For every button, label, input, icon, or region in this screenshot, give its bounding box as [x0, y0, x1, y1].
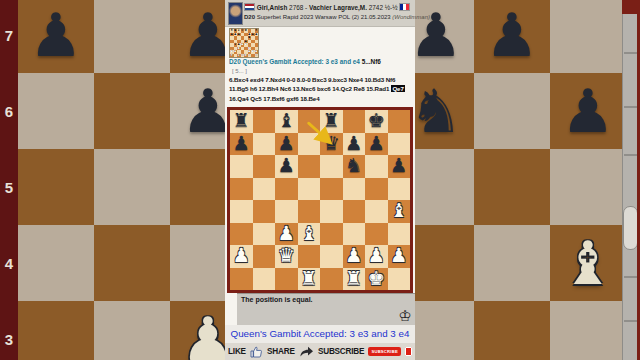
- evaluation-panel: The position is equal. ♔: [237, 293, 415, 326]
- square-a5[interactable]: [230, 178, 253, 201]
- black-rook: ♜: [320, 110, 343, 133]
- black-rook: ♜: [230, 110, 253, 133]
- game-header: Giri,Anish 2768 - Vachier Lagrave,M. 274…: [225, 0, 415, 27]
- square-h3: [550, 301, 626, 360]
- engagement-bar: LIKE SHARE SUBSCRIBE SUBSCRIBE: [225, 343, 415, 360]
- black-elo: 2742: [369, 4, 383, 11]
- square-g4[interactable]: [365, 200, 388, 223]
- thumbs-up-icon[interactable]: [250, 346, 263, 358]
- black-pawn: ♟: [388, 155, 411, 178]
- opening-name-line[interactable]: D20 Queen's Gambit Accepted: 3 e3 and e4…: [229, 58, 412, 65]
- opening-move: 5...Nf6: [362, 58, 381, 65]
- square-b1[interactable]: [253, 268, 276, 291]
- subscribe-button[interactable]: SUBSCRIBE: [368, 347, 400, 356]
- square-h3[interactable]: [388, 223, 411, 246]
- scrollbar-tick: [624, 320, 637, 322]
- player-photo: [228, 2, 243, 25]
- opening-thumbnail-board: ♜♞♝♛♚♜♟♟♟♟♟♟♞♟♝♟♟♟♞♞♟♟♟♟♟♜♝♛♚♝♜: [229, 28, 259, 58]
- black-pawn: ♟: [474, 0, 550, 73]
- square-g3[interactable]: [365, 223, 388, 246]
- video-frame: ♜♝♜♚♟♟♛♟♟♟♞♟♝♟♝♟♛♟♟♟♜♜♚ 76543 Giri,Anish…: [0, 0, 640, 360]
- square-a7: ♟: [18, 0, 94, 73]
- square-g8[interactable]: ♚: [365, 110, 388, 133]
- rank-label-7: 7: [0, 27, 18, 44]
- square-g1[interactable]: ♚: [365, 268, 388, 291]
- square-h7: [550, 0, 626, 73]
- main-board[interactable]: ♜♝♜♚♟♟♛♟♟♟♞♟♝♟♝♟♛♟♟♟♜♜♚: [227, 107, 413, 293]
- square-h5[interactable]: [388, 178, 411, 201]
- white-bishop: ♝: [298, 223, 321, 246]
- players-line: Giri,Anish 2768 - Vachier Lagrave,M. 274…: [244, 3, 412, 11]
- white-pawn: ♟: [388, 245, 411, 268]
- square-h8[interactable]: [388, 110, 411, 133]
- square-b4[interactable]: [253, 200, 276, 223]
- square-d2[interactable]: [298, 245, 321, 268]
- square-b7[interactable]: [253, 133, 276, 156]
- square-a6: [18, 73, 94, 149]
- black-pawn: ♟: [18, 0, 94, 73]
- square-e3[interactable]: [320, 223, 343, 246]
- black-player-name: Vachier Lagrave,M.: [309, 4, 367, 11]
- square-a4: [18, 225, 94, 301]
- square-f6[interactable]: ♞: [343, 155, 366, 178]
- square-b5[interactable]: [253, 178, 276, 201]
- scrollbar-tick: [624, 276, 637, 278]
- square-d7[interactable]: [298, 133, 321, 156]
- netherlands-flag-icon: [244, 3, 255, 11]
- scrollbar-tick: [624, 106, 637, 108]
- players-separator: -: [305, 4, 307, 11]
- black-king: ♚: [365, 110, 388, 133]
- black-pawn: ♟: [275, 133, 298, 156]
- opening-caption: Queen's Gambit Accepted: 3 e3 and 3 e4: [225, 325, 415, 343]
- evaluation-text: The position is equal.: [241, 296, 313, 303]
- white-pawn: ♟: [365, 245, 388, 268]
- square-a6[interactable]: [230, 155, 253, 178]
- square-f1[interactable]: ♜: [343, 268, 366, 291]
- white-bishop: ♝: [388, 200, 411, 223]
- square-d3[interactable]: ♝: [298, 223, 321, 246]
- moves-line-2[interactable]: 11.Bg5 h6 12.Bh4 Nc6 13.Nxc6 bxc6 14.Qc2…: [229, 84, 413, 93]
- white-rook: ♜: [343, 268, 366, 291]
- square-h1: ♜: [255, 54, 259, 58]
- engine-king-icon[interactable]: ♔: [399, 307, 412, 325]
- square-c4[interactable]: [275, 200, 298, 223]
- square-e4[interactable]: [320, 200, 343, 223]
- scrollbar-thumb[interactable]: [623, 206, 638, 250]
- event-text: Superbet Rapid 2023 Warsaw POL (2) 21.05…: [257, 14, 391, 20]
- like-button[interactable]: LIKE: [228, 347, 246, 356]
- scrollbar[interactable]: [622, 14, 638, 360]
- variation-bracket[interactable]: [ 5... ]: [232, 68, 247, 74]
- square-b8[interactable]: [253, 110, 276, 133]
- main-board-grid[interactable]: ♜♝♜♚♟♟♛♟♟♟♞♟♝♟♝♟♛♟♟♟♜♜♚: [230, 110, 410, 290]
- square-c5[interactable]: [275, 178, 298, 201]
- rank-label-6: 6: [0, 103, 18, 120]
- square-g5[interactable]: [365, 178, 388, 201]
- square-d6[interactable]: [298, 155, 321, 178]
- black-queen: ♛: [320, 133, 343, 156]
- white-pawn: ♟: [275, 223, 298, 246]
- white-rook: ♜: [255, 54, 259, 58]
- square-g5: [474, 149, 550, 225]
- rank-label-4: 4: [0, 255, 18, 272]
- white-pawn: ♟: [230, 245, 253, 268]
- square-h6[interactable]: ♟: [388, 155, 411, 178]
- game-result: ½-½: [385, 4, 398, 11]
- subscribe-badge-icon[interactable]: [405, 347, 412, 356]
- square-d5[interactable]: [298, 178, 321, 201]
- white-king: ♚: [365, 268, 388, 291]
- square-a5: [18, 149, 94, 225]
- black-pawn: ♟: [230, 133, 253, 156]
- share-arrow-icon[interactable]: [299, 346, 314, 357]
- white-bishop: ♝: [550, 225, 626, 301]
- square-b7: [94, 0, 170, 73]
- square-b6: [94, 73, 170, 149]
- square-g3: [474, 301, 550, 360]
- square-e8[interactable]: ♜: [320, 110, 343, 133]
- chessbase-panel: Giri,Anish 2768 - Vachier Lagrave,M. 274…: [225, 0, 415, 360]
- square-e2[interactable]: [320, 245, 343, 268]
- square-c6[interactable]: ♟: [275, 155, 298, 178]
- move-list: 6.Bxc4 exd4 7.Nxd4 0-0 8.0-0 Bxc3 9.bxc3…: [229, 75, 413, 103]
- square-f4[interactable]: [343, 200, 366, 223]
- square-g7: ♟: [474, 0, 550, 73]
- square-f7[interactable]: ♟: [343, 133, 366, 156]
- moves-line-3[interactable]: 16.Qa4 Qc5 17.Bxf6 gxf6 18.Be4: [229, 94, 413, 103]
- square-c1[interactable]: [275, 268, 298, 291]
- square-f2[interactable]: ♟: [343, 245, 366, 268]
- square-f8[interactable]: [343, 110, 366, 133]
- square-c2[interactable]: ♛: [275, 245, 298, 268]
- square-a7[interactable]: ♟: [230, 133, 253, 156]
- square-a2[interactable]: ♟: [230, 245, 253, 268]
- black-pawn: ♟: [343, 133, 366, 156]
- square-e6[interactable]: [320, 155, 343, 178]
- square-g6: [474, 73, 550, 149]
- white-elo: 2768: [289, 4, 303, 11]
- black-pawn: ♟: [275, 155, 298, 178]
- square-e5[interactable]: [320, 178, 343, 201]
- square-b5: [94, 149, 170, 225]
- square-e7[interactable]: ♛: [320, 133, 343, 156]
- black-knight: ♞: [343, 155, 366, 178]
- share-button[interactable]: SHARE: [267, 347, 295, 356]
- square-g2[interactable]: ♟: [365, 245, 388, 268]
- square-f5[interactable]: [343, 178, 366, 201]
- square-f3[interactable]: [343, 223, 366, 246]
- square-c7[interactable]: ♟: [275, 133, 298, 156]
- white-queen: ♛: [275, 245, 298, 268]
- square-a3: [18, 301, 94, 360]
- white-player-name: Giri,Anish: [257, 4, 288, 11]
- moves-line-1[interactable]: 6.Bxc4 exd4 7.Nxd4 0-0 8.0-0 Bxc3 9.bxc3…: [229, 75, 413, 84]
- white-pawn: ♟: [343, 245, 366, 268]
- eco-code: D20: [244, 14, 255, 20]
- scrollbar-tick: [624, 154, 637, 156]
- scrollbar-tick: [624, 52, 637, 54]
- square-a8[interactable]: ♜: [230, 110, 253, 133]
- square-b2[interactable]: [253, 245, 276, 268]
- square-a1[interactable]: [230, 268, 253, 291]
- square-e1[interactable]: [320, 268, 343, 291]
- square-b3[interactable]: [253, 223, 276, 246]
- square-h4: ♝: [550, 225, 626, 301]
- square-c3[interactable]: ♟: [275, 223, 298, 246]
- annotator: (Wondimman): [392, 14, 430, 20]
- moves-line-2-text[interactable]: 11.Bg5 h6 12.Bh4 Nc6 13.Nxc6 bxc6 14.Qc2…: [229, 85, 389, 92]
- black-pawn: ♟: [550, 73, 626, 149]
- square-b4: [94, 225, 170, 301]
- square-h4[interactable]: ♝: [388, 200, 411, 223]
- background-rank-labels: 76543: [0, 0, 18, 360]
- rank-label-3: 3: [0, 331, 18, 348]
- opening-name: D20 Queen's Gambit Accepted: 3 e3 and e4: [229, 58, 360, 65]
- square-h5: [550, 149, 626, 225]
- square-g4: [474, 225, 550, 301]
- event-line: D20 Superbet Rapid 2023 Warsaw POL (2) 2…: [244, 14, 412, 20]
- square-d4[interactable]: [298, 200, 321, 223]
- square-c8[interactable]: ♝: [275, 110, 298, 133]
- square-b6[interactable]: [253, 155, 276, 178]
- square-h6: ♟: [550, 73, 626, 149]
- france-flag-icon: [399, 3, 410, 11]
- white-rook: ♜: [298, 268, 321, 291]
- square-a3[interactable]: [230, 223, 253, 246]
- square-h1[interactable]: [388, 268, 411, 291]
- square-d8[interactable]: [298, 110, 321, 133]
- square-b3: [94, 301, 170, 360]
- square-g7[interactable]: ♟: [365, 133, 388, 156]
- subscribe-label[interactable]: SUBSCRIBE: [318, 347, 364, 356]
- black-bishop: ♝: [275, 110, 298, 133]
- current-move[interactable]: Qe7: [391, 85, 405, 92]
- square-h7[interactable]: [388, 133, 411, 156]
- black-pawn: ♟: [365, 133, 388, 156]
- square-h2[interactable]: ♟: [388, 245, 411, 268]
- square-a4[interactable]: [230, 200, 253, 223]
- square-g6[interactable]: [365, 155, 388, 178]
- square-d1[interactable]: ♜: [298, 268, 321, 291]
- rank-label-5: 5: [0, 179, 18, 196]
